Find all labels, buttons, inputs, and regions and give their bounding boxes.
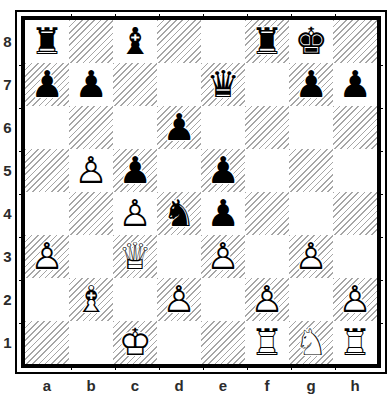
piece-black-pawn: ♟♟ (157, 106, 201, 149)
piece-outline: ♟ (69, 63, 113, 106)
piece-black-king: ♚♚ (289, 20, 333, 63)
piece-outline: ♙ (201, 235, 245, 278)
square-b3[interactable] (69, 235, 113, 278)
square-b8[interactable] (69, 20, 113, 63)
piece-outline: ♔ (113, 321, 157, 364)
file-label-e: e (201, 374, 245, 394)
square-g4[interactable] (289, 192, 333, 235)
square-a8[interactable]: ♜♜ (25, 20, 69, 63)
square-e6[interactable] (201, 106, 245, 149)
frame-tick (159, 14, 160, 18)
square-f1[interactable]: ♜♖ (245, 321, 289, 364)
frame-tick (19, 237, 23, 238)
chess-diagram-page: 87654321 ♜♜♝♝♜♜♚♚♟♟♟♟♛♛♟♟♟♟♟♟♟♙♟♟♟♟♟♙♞♞♟… (0, 0, 387, 394)
piece-outline: ♙ (113, 192, 157, 235)
piece-outline: ♟ (333, 63, 377, 106)
piece-white-queen: ♛♕ (113, 235, 157, 278)
square-h6[interactable] (333, 106, 377, 149)
frame-tick (203, 14, 204, 18)
square-h5[interactable] (333, 149, 377, 192)
square-g7[interactable]: ♟♟ (289, 63, 333, 106)
piece-outline: ♙ (245, 278, 289, 321)
square-e2[interactable] (201, 278, 245, 321)
piece-outline: ♖ (333, 321, 377, 364)
piece-black-rook: ♜♜ (25, 20, 69, 63)
square-h1[interactable]: ♜♖ (333, 321, 377, 364)
file-label-a: a (25, 374, 69, 394)
frame-tick (379, 323, 383, 324)
piece-black-queen: ♛♛ (201, 63, 245, 106)
square-f8[interactable]: ♜♜ (245, 20, 289, 63)
square-b4[interactable] (69, 192, 113, 235)
frame-tick (71, 14, 72, 18)
piece-black-pawn: ♟♟ (113, 149, 157, 192)
square-e7[interactable]: ♛♛ (201, 63, 245, 106)
board-row: 87654321 ♜♜♝♝♜♜♚♚♟♟♟♟♛♛♟♟♟♟♟♟♟♙♟♟♟♟♟♙♞♞♟… (0, 0, 387, 374)
piece-outline: ♞ (157, 192, 201, 235)
frame-tick (19, 65, 23, 66)
square-f3[interactable] (245, 235, 289, 278)
piece-black-pawn: ♟♟ (201, 149, 245, 192)
square-a5[interactable] (25, 149, 69, 192)
piece-outline: ♜ (245, 20, 289, 63)
piece-white-pawn: ♟♙ (157, 278, 201, 321)
square-b6[interactable] (69, 106, 113, 149)
piece-white-rook: ♜♖ (333, 321, 377, 364)
square-h8[interactable] (333, 20, 377, 63)
rank-label-3: 3 (0, 235, 15, 278)
square-d3[interactable] (157, 235, 201, 278)
piece-outline: ♟ (113, 149, 157, 192)
piece-black-pawn: ♟♟ (25, 63, 69, 106)
piece-black-pawn: ♟♟ (69, 63, 113, 106)
frame-tick (379, 280, 383, 281)
piece-white-pawn: ♟♙ (113, 192, 157, 235)
square-g3[interactable]: ♟♙ (289, 235, 333, 278)
piece-black-knight: ♞♞ (157, 192, 201, 235)
rank-label-6: 6 (0, 106, 15, 149)
piece-white-king: ♚♔ (113, 321, 157, 364)
rank-label-5: 5 (0, 149, 15, 192)
square-g2[interactable] (289, 278, 333, 321)
square-g8[interactable]: ♚♚ (289, 20, 333, 63)
piece-white-pawn: ♟♙ (245, 278, 289, 321)
rank-label-2: 2 (0, 278, 15, 321)
file-labels: abcdefgh (25, 374, 377, 394)
square-d5[interactable] (157, 149, 201, 192)
square-e5[interactable]: ♟♟ (201, 149, 245, 192)
square-h7[interactable]: ♟♟ (333, 63, 377, 106)
piece-outline: ♙ (69, 149, 113, 192)
square-e4[interactable]: ♟♟ (201, 192, 245, 235)
square-c8[interactable]: ♝♝ (113, 20, 157, 63)
square-f6[interactable] (245, 106, 289, 149)
frame-tick (379, 194, 383, 195)
square-a3[interactable]: ♟♙ (25, 235, 69, 278)
piece-outline: ♛ (201, 63, 245, 106)
frame-tick (19, 194, 23, 195)
piece-white-bishop: ♝♗ (69, 278, 113, 321)
square-d6[interactable]: ♟♟ (157, 106, 201, 149)
rank-label-7: 7 (0, 63, 15, 106)
piece-white-rook: ♜♖ (245, 321, 289, 364)
frame-tick (291, 14, 292, 18)
file-label-b: b (69, 374, 113, 394)
piece-outline: ♜ (25, 20, 69, 63)
piece-outline: ♟ (25, 63, 69, 106)
square-g1[interactable]: ♞♘ (289, 321, 333, 364)
piece-black-pawn: ♟♟ (289, 63, 333, 106)
file-label-g: g (289, 374, 333, 394)
square-a7[interactable]: ♟♟ (25, 63, 69, 106)
piece-outline: ♕ (113, 235, 157, 278)
frame-tick (247, 366, 248, 370)
square-f2[interactable]: ♟♙ (245, 278, 289, 321)
piece-outline: ♙ (289, 235, 333, 278)
square-g5[interactable] (289, 149, 333, 192)
piece-outline: ♟ (157, 106, 201, 149)
frame-tick (335, 366, 336, 370)
file-label-d: d (157, 374, 201, 394)
rank-label-1: 1 (0, 321, 15, 364)
piece-white-pawn: ♟♙ (289, 235, 333, 278)
rank-label-8: 8 (0, 20, 15, 63)
frame-tick (203, 366, 204, 370)
piece-outline: ♘ (289, 321, 333, 364)
square-b2[interactable]: ♝♗ (69, 278, 113, 321)
frame-tick (159, 366, 160, 370)
frame-tick (19, 151, 23, 152)
frame-tick (379, 108, 383, 109)
square-a2[interactable] (25, 278, 69, 321)
piece-outline: ♟ (201, 149, 245, 192)
file-labels-row: abcdefgh (0, 374, 387, 394)
piece-white-pawn: ♟♙ (333, 278, 377, 321)
file-label-f: f (245, 374, 289, 394)
piece-outline: ♙ (157, 278, 201, 321)
square-c7[interactable] (113, 63, 157, 106)
square-b5[interactable]: ♟♙ (69, 149, 113, 192)
board-inner-border: ♜♜♝♝♜♜♚♚♟♟♟♟♛♛♟♟♟♟♟♟♟♙♟♟♟♟♟♙♞♞♟♟♟♙♛♕♟♙♟♙… (21, 16, 381, 368)
frame-tick (335, 14, 336, 18)
frame-tick (379, 151, 383, 152)
piece-black-pawn: ♟♟ (333, 63, 377, 106)
frame-tick (291, 366, 292, 370)
square-g6[interactable] (289, 106, 333, 149)
piece-black-rook: ♜♜ (245, 20, 289, 63)
piece-outline: ♗ (69, 278, 113, 321)
square-e3[interactable]: ♟♙ (201, 235, 245, 278)
file-label-h: h (333, 374, 377, 394)
square-e1[interactable] (201, 321, 245, 364)
square-d8[interactable] (157, 20, 201, 63)
square-c3[interactable]: ♛♕ (113, 235, 157, 278)
piece-white-pawn: ♟♙ (69, 149, 113, 192)
corner-spacer (0, 374, 25, 394)
piece-outline: ♟ (201, 192, 245, 235)
piece-white-knight: ♞♘ (289, 321, 333, 364)
file-label-c: c (113, 374, 157, 394)
square-d1[interactable] (157, 321, 201, 364)
rank-labels: 87654321 (0, 10, 15, 364)
piece-white-pawn: ♟♙ (201, 235, 245, 278)
square-f5[interactable] (245, 149, 289, 192)
square-e8[interactable] (201, 20, 245, 63)
piece-black-pawn: ♟♟ (201, 192, 245, 235)
piece-outline: ♟ (289, 63, 333, 106)
square-b7[interactable]: ♟♟ (69, 63, 113, 106)
frame-tick (379, 237, 383, 238)
board-frame: ♜♜♝♝♜♜♚♚♟♟♟♟♛♛♟♟♟♟♟♟♟♙♟♟♟♟♟♙♞♞♟♟♟♙♛♕♟♙♟♙… (15, 10, 387, 374)
frame-tick (19, 323, 23, 324)
frame-tick (115, 14, 116, 18)
square-a4[interactable] (25, 192, 69, 235)
frame-tick (71, 366, 72, 370)
frame-tick (115, 366, 116, 370)
square-a1[interactable] (25, 321, 69, 364)
square-h3[interactable] (333, 235, 377, 278)
square-f7[interactable] (245, 63, 289, 106)
piece-outline: ♚ (289, 20, 333, 63)
rank-label-4: 4 (0, 192, 15, 235)
square-c2[interactable] (113, 278, 157, 321)
chess-board: ♜♜♝♝♜♜♚♚♟♟♟♟♛♛♟♟♟♟♟♟♟♙♟♟♟♟♟♙♞♞♟♟♟♙♛♕♟♙♟♙… (25, 20, 377, 364)
square-d2[interactable]: ♟♙ (157, 278, 201, 321)
square-d7[interactable] (157, 63, 201, 106)
square-b1[interactable] (69, 321, 113, 364)
frame-tick (247, 14, 248, 18)
square-c1[interactable]: ♚♔ (113, 321, 157, 364)
square-f4[interactable] (245, 192, 289, 235)
piece-white-pawn: ♟♙ (25, 235, 69, 278)
frame-tick (379, 65, 383, 66)
piece-outline: ♙ (25, 235, 69, 278)
piece-outline: ♝ (113, 20, 157, 63)
square-c4[interactable]: ♟♙ (113, 192, 157, 235)
square-c6[interactable] (113, 106, 157, 149)
piece-outline: ♖ (245, 321, 289, 364)
frame-tick (19, 108, 23, 109)
frame-tick (19, 280, 23, 281)
square-a6[interactable] (25, 106, 69, 149)
square-h2[interactable]: ♟♙ (333, 278, 377, 321)
square-d4[interactable]: ♞♞ (157, 192, 201, 235)
piece-black-bishop: ♝♝ (113, 20, 157, 63)
square-c5[interactable]: ♟♟ (113, 149, 157, 192)
square-h4[interactable] (333, 192, 377, 235)
piece-outline: ♙ (333, 278, 377, 321)
